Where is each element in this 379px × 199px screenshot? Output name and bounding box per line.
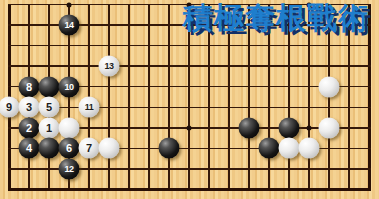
stone-black [239, 117, 260, 138]
move-number-label: 12 [64, 164, 73, 173]
move-number-label: 3 [26, 102, 32, 113]
move-number-label: 14 [64, 21, 73, 30]
grid-line-vertical [148, 5, 150, 192]
stone-black [159, 138, 180, 159]
star-point [187, 2, 192, 7]
stone-black: 6 [59, 138, 80, 159]
star-point [67, 2, 72, 7]
stone-black [39, 138, 60, 159]
grid-line-vertical [348, 5, 350, 192]
grid-line-horizontal [8, 107, 371, 109]
stone-black: 2 [19, 117, 40, 138]
stone-black [39, 76, 60, 97]
stone-white: 11 [79, 97, 100, 118]
stone-black: 12 [59, 158, 80, 179]
move-number-label: 2 [26, 122, 32, 133]
move-number-label: 1 [46, 122, 52, 133]
stone-black: 10 [59, 76, 80, 97]
grid-line-vertical [328, 5, 330, 192]
star-point [307, 125, 312, 130]
move-number-label: 6 [66, 143, 72, 154]
grid-line-vertical [228, 5, 230, 192]
move-number-label: 10 [64, 82, 73, 91]
stone-white: 3 [19, 97, 40, 118]
stone-white [299, 138, 320, 159]
grid-line-vertical [188, 5, 190, 192]
stone-white: 13 [99, 56, 120, 77]
star-point [307, 2, 312, 7]
grid-line-vertical [268, 5, 270, 192]
grid-line-horizontal [8, 65, 371, 67]
grid-line-vertical [368, 5, 371, 192]
grid-line-vertical [288, 5, 290, 192]
grid-line-horizontal [8, 188, 371, 191]
watermark-text: 積極奪根戰術 [183, 0, 369, 36]
stone-white [59, 117, 80, 138]
stone-white [319, 76, 340, 97]
grid-line-vertical [308, 5, 310, 192]
move-number-label: 9 [6, 102, 12, 113]
stone-white: 1 [39, 117, 60, 138]
stone-white [319, 117, 340, 138]
stone-white [99, 138, 120, 159]
stone-black: 4 [19, 138, 40, 159]
grid-line-vertical [108, 5, 110, 192]
stone-black [259, 138, 280, 159]
grid-line-vertical [128, 5, 130, 192]
move-number-label: 11 [85, 103, 94, 112]
grid-line-vertical [208, 5, 210, 192]
grid-line-vertical [248, 5, 250, 192]
move-number-label: 4 [26, 143, 32, 154]
stone-white: 9 [0, 97, 20, 118]
stone-white: 7 [79, 138, 100, 159]
move-number-label: 8 [26, 81, 32, 92]
grid-line-vertical [168, 5, 170, 192]
stone-white: 5 [39, 97, 60, 118]
stone-white [279, 138, 300, 159]
stone-black: 8 [19, 76, 40, 97]
star-point [187, 125, 192, 130]
move-number-label: 7 [86, 143, 92, 154]
move-number-label: 13 [104, 62, 113, 71]
stone-black [279, 117, 300, 138]
grid-line-horizontal [8, 45, 371, 47]
stone-black: 14 [59, 15, 80, 36]
go-diagram: 1413810935112146712 積極奪根戰術 [0, 0, 379, 199]
move-number-label: 5 [46, 102, 52, 113]
